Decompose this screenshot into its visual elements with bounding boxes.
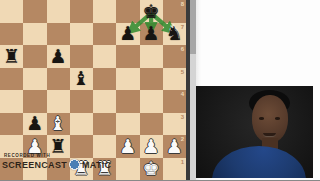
piece-white-pawn-f2[interactable]: ♟	[116, 135, 139, 158]
presenter-left-eye	[259, 117, 264, 120]
square-g6[interactable]	[140, 45, 163, 68]
webcam-video	[196, 86, 313, 178]
square-f6[interactable]	[116, 45, 139, 68]
piece-black-knight-h7[interactable]: ♞	[163, 23, 186, 46]
square-g3[interactable]	[140, 113, 163, 136]
square-d7[interactable]	[70, 23, 93, 46]
rank-label-8: 8	[181, 1, 184, 7]
square-b7[interactable]	[23, 23, 46, 46]
square-f5[interactable]	[116, 68, 139, 91]
watermark-screencast-text: SCREENCAST	[2, 160, 67, 170]
watermark-line2: SCREENCAST MATIC	[2, 159, 111, 170]
square-f4[interactable]	[116, 90, 139, 113]
square-h5[interactable]: 5	[163, 68, 186, 91]
piece-white-pawn-g2[interactable]: ♟	[140, 135, 163, 158]
rank-label-3: 3	[181, 114, 184, 120]
square-g5[interactable]	[140, 68, 163, 91]
square-c8[interactable]	[47, 0, 70, 23]
square-d6[interactable]	[70, 45, 93, 68]
square-c5[interactable]	[47, 68, 70, 91]
watermark-line1: RECORDED WITH	[2, 153, 111, 158]
piece-black-rook-a6[interactable]: ♜	[0, 45, 23, 68]
square-e4[interactable]	[93, 90, 116, 113]
square-c4[interactable]	[47, 90, 70, 113]
square-c7[interactable]	[47, 23, 70, 46]
square-a5[interactable]	[0, 68, 23, 91]
square-e8[interactable]	[93, 0, 116, 23]
piece-white-king-g1[interactable]: ♚	[140, 158, 163, 181]
square-d3[interactable]	[70, 113, 93, 136]
square-h3[interactable]: 3	[163, 113, 186, 136]
piece-black-bishop-d5[interactable]: ♝	[70, 68, 93, 91]
piece-black-pawn-c6[interactable]: ♟	[47, 45, 70, 68]
square-e5[interactable]	[93, 68, 116, 91]
presenter-mouth	[263, 133, 276, 137]
square-d4[interactable]	[70, 90, 93, 113]
piece-black-king-g8[interactable]: ♚	[140, 0, 163, 23]
square-b4[interactable]	[23, 90, 46, 113]
square-a7[interactable]	[0, 23, 23, 46]
page-background	[196, 0, 320, 180]
screencast-watermark: RECORDED WITH SCREENCAST MATIC	[2, 153, 111, 170]
square-e7[interactable]	[93, 23, 116, 46]
square-f8[interactable]	[116, 0, 139, 23]
square-f1[interactable]	[116, 158, 139, 181]
square-a4[interactable]	[0, 90, 23, 113]
square-e3[interactable]	[93, 113, 116, 136]
screencast-o-matic-logo-icon	[69, 159, 80, 170]
square-h8[interactable]: 8	[163, 0, 186, 23]
square-b8[interactable]	[23, 0, 46, 23]
piece-black-pawn-f7[interactable]: ♟	[116, 23, 139, 46]
square-g4[interactable]	[140, 90, 163, 113]
square-a3[interactable]	[0, 113, 23, 136]
watermark-matic-text: MATIC	[82, 160, 111, 170]
square-b5[interactable]	[23, 68, 46, 91]
rank-label-5: 5	[181, 69, 184, 75]
square-e6[interactable]	[93, 45, 116, 68]
video-frame: 87654321 ♚♟♟♞♜♟♝♟♝♟♜♟♟♟♜♜♚ RECORDED WITH…	[0, 0, 320, 180]
square-b6[interactable]	[23, 45, 46, 68]
square-h4[interactable]: 4	[163, 90, 186, 113]
piece-white-pawn-h2[interactable]: ♟	[163, 135, 186, 158]
square-f3[interactable]	[116, 113, 139, 136]
square-d8[interactable]	[70, 0, 93, 23]
square-a8[interactable]	[0, 0, 23, 23]
rank-label-4: 4	[181, 91, 184, 97]
rank-label-6: 6	[181, 46, 184, 52]
rank-label-1: 1	[181, 159, 184, 165]
presenter-right-eye	[275, 117, 280, 120]
piece-white-bishop-c3[interactable]: ♝	[47, 113, 70, 136]
square-h6[interactable]: 6	[163, 45, 186, 68]
piece-black-pawn-b3[interactable]: ♟	[23, 113, 46, 136]
piece-black-pawn-g7[interactable]: ♟	[140, 23, 163, 46]
presenter-shirt	[212, 146, 306, 178]
square-h1[interactable]: 1	[163, 158, 186, 181]
